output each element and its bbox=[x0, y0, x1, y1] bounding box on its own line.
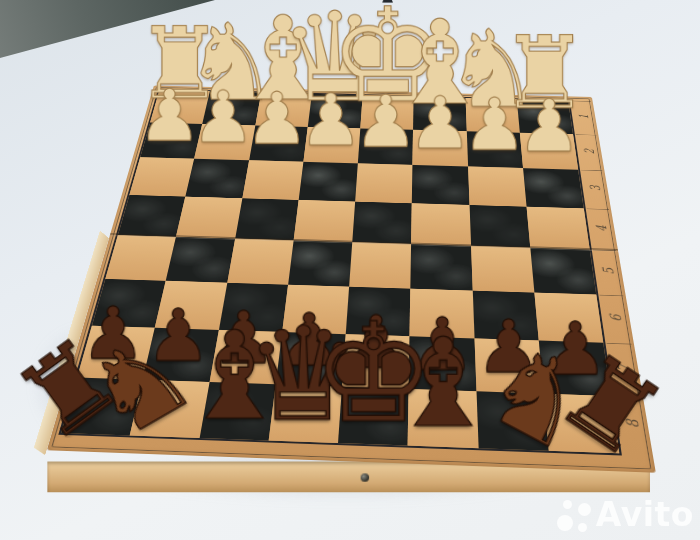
rank-label-3: 3 bbox=[586, 181, 603, 195]
square-r3c6 bbox=[412, 165, 469, 205]
rank-label-2: 2 bbox=[581, 145, 598, 158]
square-r4c8 bbox=[526, 206, 589, 249]
square-r3c2 bbox=[186, 159, 249, 198]
square-r4c7 bbox=[469, 205, 530, 248]
board-surface: ♜♞♝♛♚♝♞♜♟♟♟♟♟♟♟♟♟♟♟♟♟♟♟♟♜♞♝♛♚♝♞♜ 1234567… bbox=[47, 85, 656, 472]
perspective-scene: ♜♞♝♛♚♝♞♜♟♟♟♟♟♟♟♟♟♟♟♟♟♟♟♟♜♞♝♛♚♝♞♜ 1234567… bbox=[0, 0, 700, 540]
square-r4c5 bbox=[352, 201, 412, 244]
square-r5c4 bbox=[288, 240, 352, 286]
rank-label-4: 4 bbox=[592, 220, 610, 236]
square-r3c8 bbox=[523, 168, 584, 208]
square-r4c4 bbox=[293, 200, 355, 243]
watermark: Avito bbox=[556, 495, 694, 534]
square-r4c6 bbox=[411, 203, 470, 246]
square-r3c3 bbox=[242, 160, 303, 199]
square-r3c7 bbox=[468, 167, 527, 207]
square-r4c3 bbox=[235, 198, 299, 240]
square-r8c8: ♜ bbox=[543, 393, 619, 453]
piece-glyph: ♟ bbox=[517, 93, 581, 161]
square-r3c1 bbox=[129, 157, 194, 196]
square-r5c5 bbox=[349, 242, 411, 288]
avito-logo-icon bbox=[556, 497, 592, 533]
watermark-text: Avito bbox=[596, 495, 694, 534]
square-r3c4 bbox=[298, 162, 357, 201]
square-r5c7 bbox=[471, 246, 535, 292]
square-r5c1 bbox=[105, 235, 176, 281]
square-r4c2 bbox=[176, 196, 242, 238]
square-r3c5 bbox=[355, 163, 413, 203]
latch-screw bbox=[361, 473, 369, 481]
photo-stage: ♜♞♝♛♚♝♞♜♟♟♟♟♟♟♟♟♟♟♟♟♟♟♟♟♜♞♝♛♚♝♞♜ 1234567… bbox=[0, 0, 700, 540]
chess-board-grid: ♜♞♝♛♚♝♞♜♟♟♟♟♟♟♟♟♟♟♟♟♟♟♟♟♜♞♝♛♚♝♞♜ bbox=[61, 90, 619, 454]
chess-board: ♜♞♝♛♚♝♞♜♟♟♟♟♟♟♟♟♟♟♟♟♟♟♟♟♜♞♝♛♚♝♞♜ 1234567… bbox=[47, 85, 656, 472]
square-r2c8: ♟ bbox=[520, 132, 579, 169]
rank-label-1: 1 bbox=[576, 111, 592, 123]
square-r5c6 bbox=[411, 244, 473, 290]
square-r4c1 bbox=[118, 195, 186, 237]
